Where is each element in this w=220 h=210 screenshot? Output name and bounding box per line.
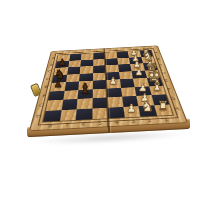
- piece-black-pawn-b8[interactable]: ♟: [58, 58, 66, 67]
- piece-white-pawn-e4[interactable]: ♟: [109, 76, 118, 86]
- coord-label: 1: [157, 115, 176, 123]
- piece-black-pawn-e8[interactable]: ♟: [54, 79, 63, 89]
- coord-label: 5: [92, 119, 109, 127]
- square-h6[interactable]: [76, 108, 92, 120]
- square-h7[interactable]: [59, 109, 76, 121]
- square-h4[interactable]: [107, 107, 124, 119]
- piece-white-pawn-d2[interactable]: ♟: [135, 67, 143, 76]
- piece-black-bishop-f6[interactable]: ♝: [79, 82, 91, 96]
- piece-white-rook-h1[interactable]: ♜: [157, 100, 168, 112]
- coord-label: 3: [124, 117, 142, 125]
- coord-label: 8: [41, 121, 59, 129]
- coord-label: 6: [75, 120, 92, 128]
- piece-white-bishop-f1[interactable]: ♝: [151, 79, 163, 93]
- product-photo: 87654321 ABCDEFGH ABCDEFGH ♟♞♟♝♟♟♟♟♟♟♟♟♞…: [0, 0, 220, 210]
- piece-white-knight-h2[interactable]: ♞: [141, 99, 154, 113]
- coord-label: 2: [140, 116, 158, 124]
- piece-white-pawn-h3[interactable]: ♟: [126, 103, 136, 114]
- coord-label: 7: [58, 121, 75, 129]
- coord-label: 4: [108, 118, 125, 126]
